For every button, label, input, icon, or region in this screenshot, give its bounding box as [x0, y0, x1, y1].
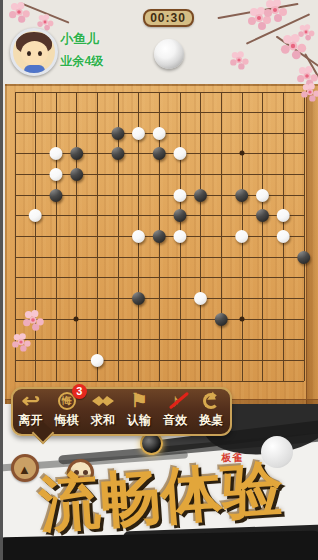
grid-line-horizontal [15, 257, 304, 258]
blossom-cluster [235, 57, 241, 63]
white-stone: ● [227, 220, 257, 250]
avatar-body [24, 65, 45, 75]
white-stone: ● [20, 200, 50, 230]
grid-line-horizontal [15, 319, 304, 320]
undo-count-badge: 3 [72, 384, 87, 399]
blossom-cluster [303, 29, 309, 35]
handshake-icon [90, 390, 116, 412]
turn-indicator-white-stone [154, 39, 184, 69]
blossom-cluster [255, 14, 263, 22]
blossom-cluster [17, 339, 23, 345]
draw-button[interactable]: 求和 [86, 390, 120, 434]
draw-label: 求和 [91, 412, 115, 429]
star-point [239, 316, 244, 321]
white-stone: ● [165, 138, 195, 168]
avatar-face [21, 41, 48, 65]
grid-line-horizontal [15, 277, 304, 278]
blossom-cluster [306, 89, 312, 95]
blossom-cluster [271, 6, 279, 14]
grid-line-vertical [221, 92, 222, 381]
game-action-toolbar: ↩ 离开悔 悔棋3 求和⚑ 认输♪ 音效 换桌 [11, 387, 232, 436]
resign-button[interactable]: ⚑ 认输 [122, 390, 156, 434]
leave-button[interactable]: ↩ 离开 [14, 390, 48, 434]
undo-button[interactable]: 悔 悔棋3 [50, 390, 84, 434]
sound-button[interactable]: ♪ 音效 [158, 390, 192, 434]
grid-line-vertical [200, 92, 201, 381]
go-game-screen: 小鱼儿 业余4级 00:30 ●●●●●●●●●●●●●●●●●●●●●●●●●… [3, 0, 318, 560]
blossom-cluster [29, 316, 36, 323]
resign-label: 认输 [127, 412, 151, 429]
go-board[interactable]: ●●●●●●●●●●●●●●●●●●●●●●●●●●●●● [5, 84, 318, 406]
player-avatar[interactable] [10, 28, 58, 76]
change-table-label: 换桌 [199, 412, 223, 429]
resign-flag-icon: ⚑ [131, 390, 148, 412]
white-stone: ● [82, 344, 112, 374]
black-stone: ● [123, 282, 153, 312]
black-stone: ● [103, 138, 133, 168]
star-point [239, 151, 244, 156]
grid-line-vertical [304, 92, 305, 381]
black-stone: ● [206, 303, 236, 333]
sound-label: 音效 [163, 412, 187, 429]
undo-label: 悔棋 [55, 412, 79, 429]
star-point [74, 316, 79, 321]
player-name: 小鱼儿 [61, 30, 100, 48]
leave-label: 离开 [19, 412, 43, 429]
refresh-icon [203, 390, 219, 412]
change-table-button[interactable]: 换桌 [194, 390, 228, 434]
blossom-cluster [288, 42, 297, 51]
black-stone: ● [289, 241, 318, 271]
blossom-cluster [303, 72, 310, 79]
grid-line-vertical [262, 92, 263, 381]
grid-line-horizontal [15, 339, 304, 340]
blossom-cluster [15, 8, 22, 15]
move-timer: 00:30 [143, 9, 194, 27]
muted-note-icon: ♪ [170, 390, 180, 412]
grid-line-horizontal [15, 298, 304, 299]
white-stone: ● [165, 220, 195, 250]
player-rank: 业余4级 [61, 53, 104, 70]
avatar-eye [38, 51, 42, 56]
avatar-eye [27, 51, 31, 56]
grid-line-horizontal [15, 360, 304, 361]
blossom-cluster [42, 19, 48, 25]
return-arrow-icon: ↩ [23, 390, 39, 412]
grid-line-horizontal [15, 381, 304, 382]
